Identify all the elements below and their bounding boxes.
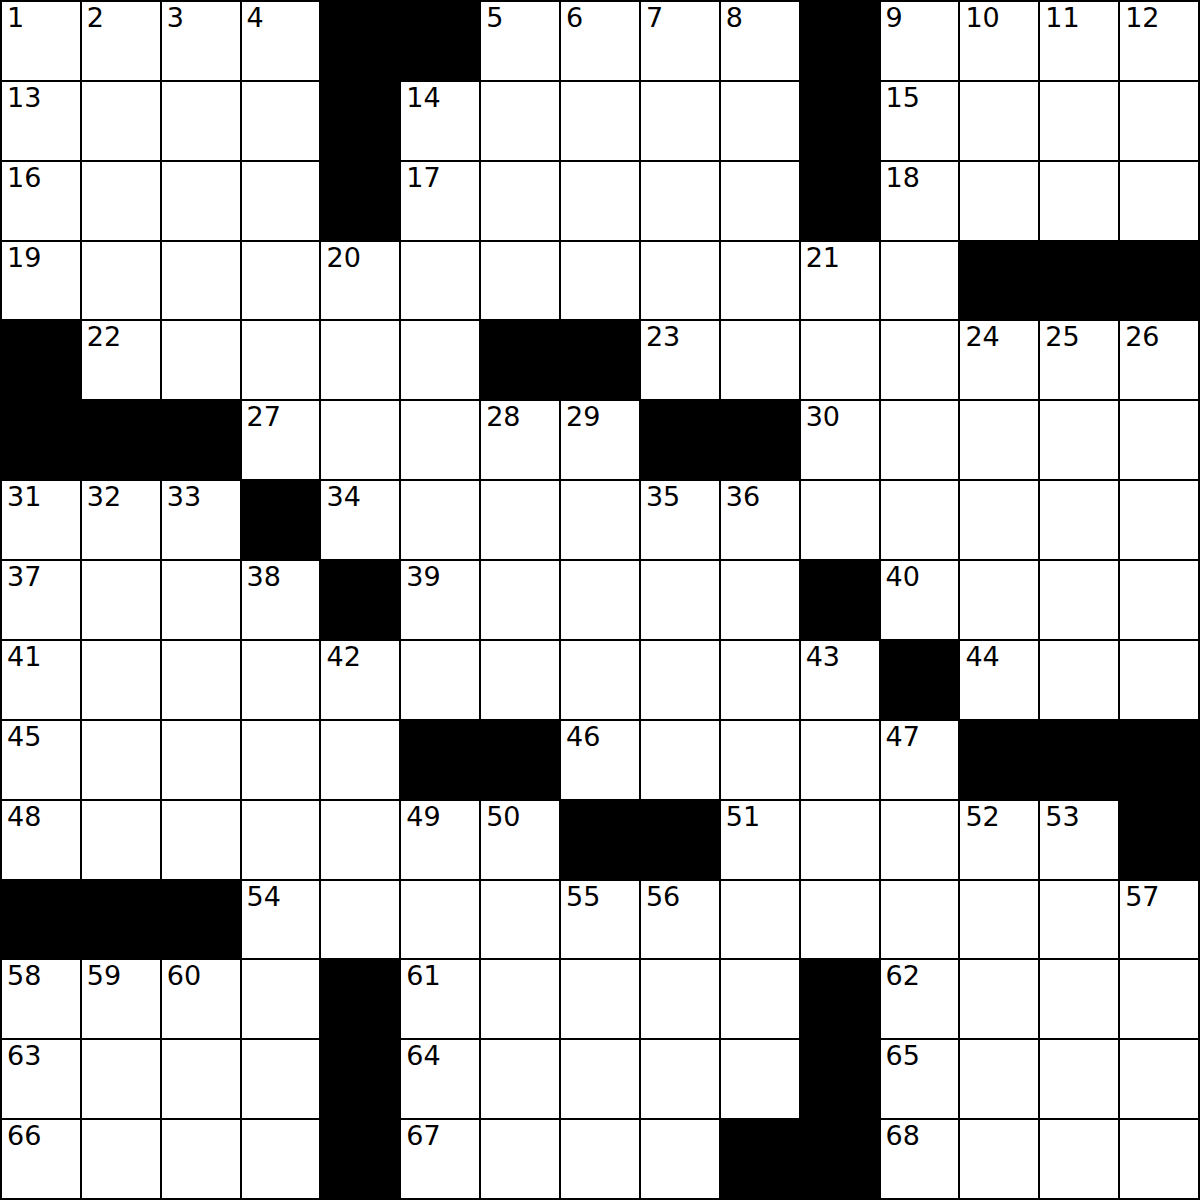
grid-cell[interactable] — [1039, 880, 1119, 960]
clue-number: 20 — [326, 243, 360, 273]
grid-cell[interactable] — [880, 320, 960, 400]
clue-number: 67 — [406, 1121, 440, 1151]
clue-number: 25 — [1045, 322, 1079, 352]
grid-cell[interactable]: 47 — [880, 720, 960, 800]
grid-cell[interactable] — [800, 480, 880, 560]
grid-cell[interactable] — [959, 400, 1039, 480]
grid-cell[interactable] — [800, 800, 880, 880]
clue-number: 52 — [965, 802, 999, 832]
black-cell — [720, 400, 800, 480]
grid-cell[interactable] — [720, 560, 800, 640]
clue-number: 37 — [7, 562, 41, 592]
grid-cell[interactable]: 59 — [81, 959, 161, 1039]
clue-number: 45 — [7, 722, 41, 752]
black-cell — [640, 400, 720, 480]
clue-number: 10 — [965, 3, 999, 33]
grid-cell[interactable]: 25 — [1039, 320, 1119, 400]
clue-number: 12 — [1125, 3, 1159, 33]
grid-cell[interactable]: 26 — [1119, 320, 1199, 400]
grid-cell[interactable] — [480, 560, 560, 640]
grid-cell[interactable] — [1119, 959, 1199, 1039]
grid-cell[interactable] — [560, 1119, 640, 1199]
grid-cell[interactable]: 64 — [400, 1039, 480, 1119]
grid-cell[interactable]: 39 — [400, 560, 480, 640]
grid-cell[interactable] — [800, 720, 880, 800]
grid-cell[interactable] — [161, 1119, 241, 1199]
grid-cell[interactable]: 55 — [560, 880, 640, 960]
clue-number: 34 — [326, 482, 360, 512]
grid-cell[interactable] — [800, 880, 880, 960]
grid-cell[interactable] — [560, 640, 640, 720]
grid-cell[interactable] — [81, 161, 161, 241]
black-cell — [959, 720, 1039, 800]
grid-cell[interactable]: 31 — [1, 480, 81, 560]
grid-cell[interactable] — [400, 400, 480, 480]
black-cell — [320, 959, 400, 1039]
grid-cell[interactable]: 5 — [480, 1, 560, 81]
grid-cell[interactable]: 3 — [161, 1, 241, 81]
clue-number: 7 — [646, 3, 663, 33]
grid-cell[interactable]: 41 — [1, 640, 81, 720]
grid-cell[interactable] — [1039, 81, 1119, 161]
black-cell — [1, 320, 81, 400]
grid-cell[interactable] — [320, 320, 400, 400]
grid-cell[interactable] — [400, 880, 480, 960]
grid-cell[interactable] — [560, 480, 640, 560]
clue-number: 61 — [406, 961, 440, 991]
clue-number: 23 — [646, 322, 680, 352]
grid-cell[interactable] — [241, 320, 321, 400]
grid-cell[interactable]: 50 — [480, 800, 560, 880]
grid-cell[interactable] — [1039, 640, 1119, 720]
grid-cell[interactable]: 51 — [720, 800, 800, 880]
grid-cell[interactable]: 11 — [1039, 1, 1119, 81]
black-cell — [880, 640, 960, 720]
grid-cell[interactable]: 24 — [959, 320, 1039, 400]
grid-cell[interactable]: 66 — [1, 1119, 81, 1199]
grid-cell[interactable] — [81, 1039, 161, 1119]
grid-cell[interactable]: 53 — [1039, 800, 1119, 880]
black-cell — [1119, 241, 1199, 321]
grid-cell[interactable]: 18 — [880, 161, 960, 241]
clue-number: 28 — [486, 402, 520, 432]
grid-cell[interactable] — [241, 81, 321, 161]
grid-cell[interactable] — [320, 880, 400, 960]
clue-number: 59 — [87, 961, 121, 991]
clue-number: 16 — [7, 163, 41, 193]
grid-cell[interactable] — [81, 720, 161, 800]
grid-cell[interactable] — [560, 959, 640, 1039]
black-cell — [800, 560, 880, 640]
clue-number: 3 — [167, 3, 184, 33]
clue-number: 22 — [87, 322, 121, 352]
grid-cell[interactable] — [400, 480, 480, 560]
grid-cell[interactable]: 7 — [640, 1, 720, 81]
clue-number: 58 — [7, 961, 41, 991]
clue-number: 14 — [406, 83, 440, 113]
grid-cell[interactable] — [161, 320, 241, 400]
grid-cell[interactable]: 17 — [400, 161, 480, 241]
grid-cell[interactable] — [480, 81, 560, 161]
clue-number: 18 — [886, 163, 920, 193]
grid-cell[interactable]: 6 — [560, 1, 640, 81]
clue-number: 46 — [566, 722, 600, 752]
grid-cell[interactable] — [320, 720, 400, 800]
grid-cell[interactable]: 16 — [1, 161, 81, 241]
grid-cell[interactable] — [480, 880, 560, 960]
grid-cell[interactable] — [959, 1119, 1039, 1199]
grid-cell[interactable] — [480, 480, 560, 560]
clue-number: 1 — [7, 3, 24, 33]
grid-cell[interactable] — [720, 81, 800, 161]
grid-cell[interactable] — [880, 241, 960, 321]
black-cell — [81, 400, 161, 480]
clue-number: 6 — [566, 3, 583, 33]
black-cell — [320, 1, 400, 81]
grid-cell[interactable]: 48 — [1, 800, 81, 880]
grid-cell[interactable] — [720, 640, 800, 720]
black-cell — [320, 560, 400, 640]
black-cell — [1039, 241, 1119, 321]
grid-cell[interactable] — [241, 161, 321, 241]
grid-cell[interactable] — [81, 640, 161, 720]
black-cell — [560, 320, 640, 400]
grid-cell[interactable] — [241, 800, 321, 880]
grid-cell[interactable]: 20 — [320, 241, 400, 321]
grid-cell[interactable] — [241, 959, 321, 1039]
grid-cell[interactable]: 9 — [880, 1, 960, 81]
black-cell — [800, 1119, 880, 1199]
clue-number: 47 — [886, 722, 920, 752]
grid-cell[interactable]: 46 — [560, 720, 640, 800]
grid-cell[interactable] — [640, 720, 720, 800]
grid-cell[interactable] — [161, 161, 241, 241]
clue-number: 57 — [1125, 882, 1159, 912]
grid-cell[interactable]: 34 — [320, 480, 400, 560]
clue-number: 15 — [886, 83, 920, 113]
grid-cell[interactable]: 36 — [720, 480, 800, 560]
clue-number: 38 — [247, 562, 281, 592]
grid-cell[interactable] — [320, 400, 400, 480]
grid-cell[interactable]: 60 — [161, 959, 241, 1039]
grid-cell[interactable]: 56 — [640, 880, 720, 960]
grid-cell[interactable]: 67 — [400, 1119, 480, 1199]
clue-number: 39 — [406, 562, 440, 592]
black-cell — [720, 1119, 800, 1199]
grid-cell[interactable]: 37 — [1, 560, 81, 640]
black-cell — [800, 161, 880, 241]
grid-cell[interactable] — [1039, 400, 1119, 480]
grid-cell[interactable] — [640, 640, 720, 720]
grid-cell[interactable]: 15 — [880, 81, 960, 161]
grid-cell[interactable]: 30 — [800, 400, 880, 480]
clue-number: 35 — [646, 482, 680, 512]
clue-number: 4 — [247, 3, 264, 33]
grid-cell[interactable] — [800, 320, 880, 400]
grid-cell[interactable] — [81, 560, 161, 640]
clue-number: 31 — [7, 482, 41, 512]
grid-cell[interactable]: 62 — [880, 959, 960, 1039]
clue-number: 2 — [87, 3, 104, 33]
grid-cell[interactable] — [1039, 959, 1119, 1039]
grid-cell[interactable]: 43 — [800, 640, 880, 720]
clue-number: 44 — [965, 642, 999, 672]
grid-cell[interactable] — [241, 640, 321, 720]
black-cell — [400, 1, 480, 81]
grid-cell[interactable] — [81, 81, 161, 161]
crossword-grid: 1234567891011121314151617181920212223242… — [0, 0, 1200, 1200]
grid-cell[interactable]: 14 — [400, 81, 480, 161]
clue-number: 8 — [726, 3, 743, 33]
grid-cell[interactable] — [1119, 640, 1199, 720]
grid-cell[interactable]: 12 — [1119, 1, 1199, 81]
grid-cell[interactable] — [480, 161, 560, 241]
grid-cell[interactable] — [81, 1119, 161, 1199]
clue-number: 66 — [7, 1121, 41, 1151]
clue-number: 53 — [1045, 802, 1079, 832]
clue-number: 64 — [406, 1041, 440, 1071]
clue-number: 41 — [7, 642, 41, 672]
grid-cell[interactable] — [480, 1039, 560, 1119]
grid-cell[interactable] — [720, 959, 800, 1039]
clue-number: 19 — [7, 243, 41, 273]
grid-cell[interactable] — [640, 1039, 720, 1119]
black-cell — [560, 800, 640, 880]
grid-cell[interactable] — [241, 241, 321, 321]
grid-cell[interactable] — [640, 959, 720, 1039]
grid-cell[interactable] — [1039, 480, 1119, 560]
grid-cell[interactable]: 42 — [320, 640, 400, 720]
grid-cell[interactable]: 44 — [959, 640, 1039, 720]
black-cell — [161, 880, 241, 960]
clue-number: 13 — [7, 83, 41, 113]
grid-cell[interactable] — [880, 800, 960, 880]
clue-number: 30 — [806, 402, 840, 432]
grid-cell[interactable]: 2 — [81, 1, 161, 81]
clue-number: 55 — [566, 882, 600, 912]
grid-cell[interactable] — [560, 81, 640, 161]
grid-cell[interactable] — [241, 1039, 321, 1119]
black-cell — [480, 320, 560, 400]
black-cell — [800, 1, 880, 81]
clue-number: 48 — [7, 802, 41, 832]
grid-cell[interactable]: 29 — [560, 400, 640, 480]
grid-cell[interactable] — [880, 400, 960, 480]
grid-cell[interactable]: 58 — [1, 959, 81, 1039]
clue-number: 33 — [167, 482, 201, 512]
clue-number: 43 — [806, 642, 840, 672]
grid-cell[interactable] — [81, 800, 161, 880]
clue-number: 60 — [167, 961, 201, 991]
black-cell — [1, 880, 81, 960]
grid-cell[interactable]: 21 — [800, 241, 880, 321]
clue-number: 32 — [87, 482, 121, 512]
black-cell — [640, 800, 720, 880]
black-cell — [800, 959, 880, 1039]
grid-cell[interactable]: 54 — [241, 880, 321, 960]
grid-cell[interactable] — [161, 241, 241, 321]
grid-cell[interactable]: 28 — [480, 400, 560, 480]
grid-cell[interactable]: 38 — [241, 560, 321, 640]
grid-cell[interactable]: 19 — [1, 241, 81, 321]
black-cell — [320, 161, 400, 241]
grid-cell[interactable]: 13 — [1, 81, 81, 161]
clue-number: 63 — [7, 1041, 41, 1071]
grid-cell[interactable] — [640, 81, 720, 161]
black-cell — [1, 400, 81, 480]
grid-cell[interactable]: 65 — [880, 1039, 960, 1119]
clue-number: 27 — [247, 402, 281, 432]
grid-cell[interactable] — [161, 720, 241, 800]
black-cell — [81, 880, 161, 960]
grid-cell[interactable]: 61 — [400, 959, 480, 1039]
grid-cell[interactable] — [161, 560, 241, 640]
grid-cell[interactable] — [640, 1119, 720, 1199]
grid-cell[interactable] — [161, 81, 241, 161]
grid-cell[interactable] — [1039, 1119, 1119, 1199]
grid-cell[interactable] — [560, 161, 640, 241]
black-cell — [959, 241, 1039, 321]
grid-cell[interactable] — [959, 560, 1039, 640]
clue-number: 51 — [726, 802, 760, 832]
grid-cell[interactable]: 68 — [880, 1119, 960, 1199]
grid-cell[interactable] — [480, 1119, 560, 1199]
clue-number: 36 — [726, 482, 760, 512]
grid-cell[interactable] — [241, 1119, 321, 1199]
grid-cell[interactable] — [320, 800, 400, 880]
black-cell — [320, 1039, 400, 1119]
grid-cell[interactable] — [880, 480, 960, 560]
clue-number: 42 — [326, 642, 360, 672]
clue-number: 29 — [566, 402, 600, 432]
grid-cell[interactable]: 33 — [161, 480, 241, 560]
black-cell — [800, 1039, 880, 1119]
grid-cell[interactable] — [1119, 480, 1199, 560]
grid-cell[interactable] — [1119, 81, 1199, 161]
grid-cell[interactable] — [400, 241, 480, 321]
grid-cell[interactable] — [959, 959, 1039, 1039]
black-cell — [400, 720, 480, 800]
grid-cell[interactable] — [959, 880, 1039, 960]
grid-cell[interactable] — [1039, 161, 1119, 241]
black-cell — [1039, 720, 1119, 800]
black-cell — [800, 81, 880, 161]
grid-cell[interactable] — [1039, 560, 1119, 640]
grid-cell[interactable] — [1119, 1039, 1199, 1119]
black-cell — [320, 81, 400, 161]
grid-cell[interactable] — [720, 1039, 800, 1119]
grid-cell[interactable] — [1119, 400, 1199, 480]
black-cell — [480, 720, 560, 800]
grid-cell[interactable] — [400, 320, 480, 400]
clue-number: 50 — [486, 802, 520, 832]
grid-cell[interactable] — [81, 241, 161, 321]
grid-cell[interactable] — [720, 320, 800, 400]
grid-cell[interactable]: 45 — [1, 720, 81, 800]
grid-cell[interactable] — [161, 640, 241, 720]
grid-cell[interactable] — [640, 560, 720, 640]
grid-cell[interactable] — [1119, 1119, 1199, 1199]
grid-cell[interactable]: 27 — [241, 400, 321, 480]
clue-number: 5 — [486, 3, 503, 33]
grid-cell[interactable]: 4 — [241, 1, 321, 81]
clue-number: 21 — [806, 243, 840, 273]
clue-number: 56 — [646, 882, 680, 912]
grid-cell[interactable] — [959, 161, 1039, 241]
grid-cell[interactable]: 63 — [1, 1039, 81, 1119]
black-cell — [320, 1119, 400, 1199]
clue-number: 17 — [406, 163, 440, 193]
grid-cell[interactable] — [480, 959, 560, 1039]
grid-cell[interactable]: 8 — [720, 1, 800, 81]
grid-cell[interactable] — [720, 161, 800, 241]
grid-cell[interactable] — [959, 480, 1039, 560]
clue-number: 54 — [247, 882, 281, 912]
grid-cell[interactable] — [720, 241, 800, 321]
clue-number: 65 — [886, 1041, 920, 1071]
grid-cell[interactable]: 52 — [959, 800, 1039, 880]
grid-cell[interactable] — [959, 81, 1039, 161]
grid-cell[interactable]: 10 — [959, 1, 1039, 81]
grid-cell[interactable] — [560, 560, 640, 640]
grid-cell[interactable] — [1039, 1039, 1119, 1119]
grid-cell[interactable]: 1 — [1, 1, 81, 81]
black-cell — [161, 400, 241, 480]
grid-cell[interactable]: 40 — [880, 560, 960, 640]
grid-cell[interactable] — [640, 241, 720, 321]
black-cell — [1119, 720, 1199, 800]
grid-cell[interactable] — [720, 880, 800, 960]
clue-number: 26 — [1125, 322, 1159, 352]
clue-number: 9 — [886, 3, 903, 33]
grid-cell[interactable] — [161, 1039, 241, 1119]
black-cell — [1119, 800, 1199, 880]
clue-number: 62 — [886, 961, 920, 991]
grid-cell[interactable] — [640, 161, 720, 241]
grid-cell[interactable] — [241, 720, 321, 800]
grid-cell[interactable] — [560, 241, 640, 321]
grid-cell[interactable] — [400, 640, 480, 720]
clue-number: 40 — [886, 562, 920, 592]
grid-cell[interactable]: 49 — [400, 800, 480, 880]
clue-number: 24 — [965, 322, 999, 352]
grid-cell[interactable] — [480, 640, 560, 720]
grid-cell[interactable] — [720, 720, 800, 800]
grid-cell[interactable] — [1119, 560, 1199, 640]
grid-cell[interactable]: 23 — [640, 320, 720, 400]
grid-cell[interactable] — [480, 241, 560, 321]
grid-cell[interactable] — [1119, 161, 1199, 241]
grid-cell[interactable] — [560, 1039, 640, 1119]
grid-cell[interactable]: 22 — [81, 320, 161, 400]
grid-cell[interactable]: 57 — [1119, 880, 1199, 960]
grid-cell[interactable]: 32 — [81, 480, 161, 560]
black-cell — [241, 480, 321, 560]
clue-number: 11 — [1045, 3, 1079, 33]
grid-cell[interactable]: 35 — [640, 480, 720, 560]
clue-number: 49 — [406, 802, 440, 832]
grid-cell[interactable] — [161, 800, 241, 880]
clue-number: 68 — [886, 1121, 920, 1151]
grid-cell[interactable] — [880, 880, 960, 960]
grid-cell[interactable] — [959, 1039, 1039, 1119]
